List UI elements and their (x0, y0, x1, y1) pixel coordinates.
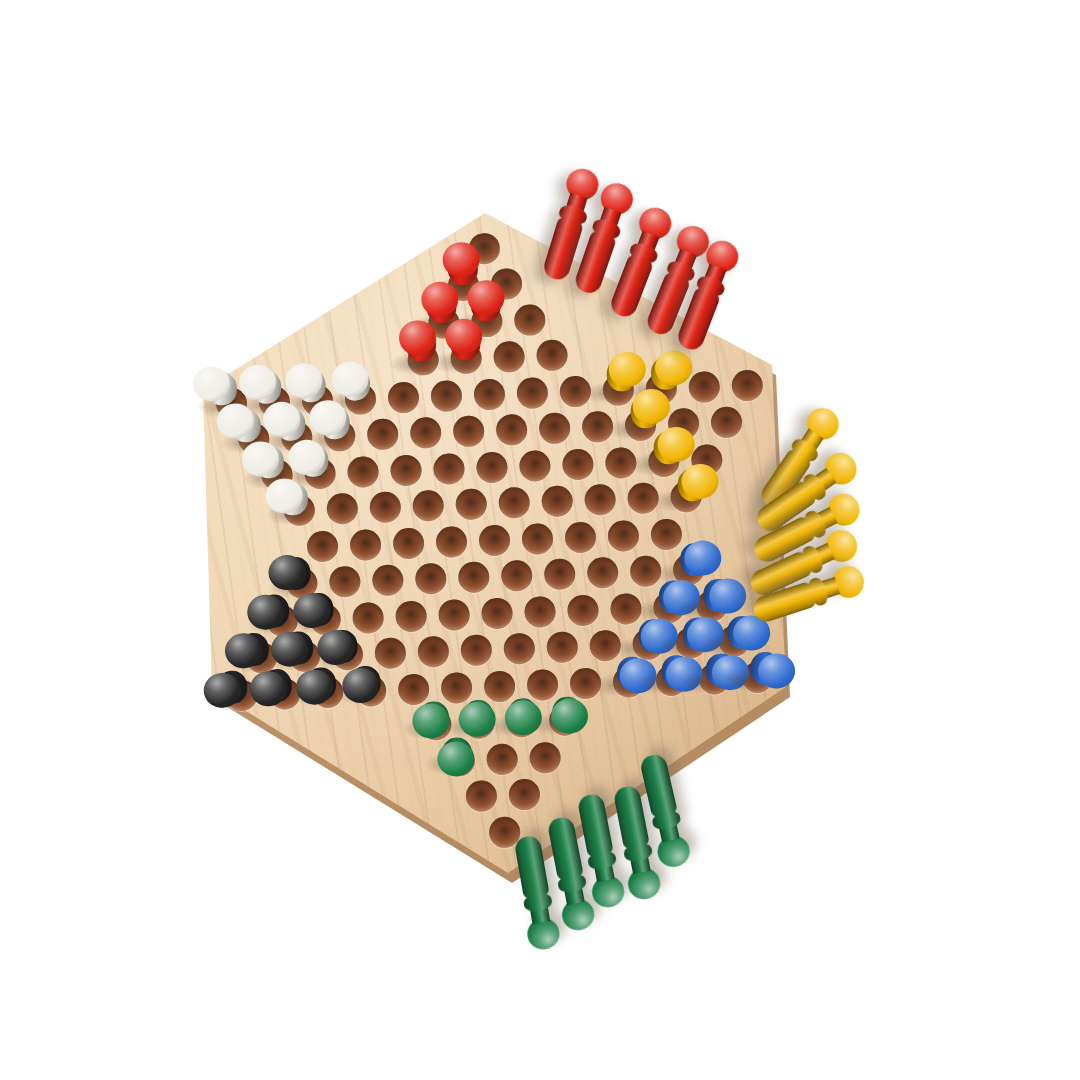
hole-r9-c2[interactable] (349, 528, 381, 560)
hole-r13-c6[interactable] (440, 671, 472, 703)
hole-r9-c7[interactable] (564, 521, 596, 553)
hole-r15-c3[interactable] (529, 741, 561, 773)
peg-head (550, 698, 588, 734)
hole-r16-c1[interactable] (465, 780, 497, 812)
hole-r6-c12[interactable] (711, 406, 743, 438)
hole-r5-c13[interactable] (731, 369, 763, 401)
hole-r7-c6[interactable] (475, 451, 507, 483)
hole-r10-c7[interactable] (544, 558, 576, 590)
hole-r8-c2[interactable] (326, 493, 358, 525)
hole-r9-c1[interactable] (306, 530, 338, 562)
hole-r5-c12[interactable] (688, 371, 720, 403)
photo-canvas (0, 0, 1080, 1080)
hole-r10-c3[interactable] (372, 564, 404, 596)
hole-r10-c2[interactable] (329, 566, 361, 598)
hole-r4-c3[interactable] (493, 341, 525, 373)
hole-r4-c4[interactable] (536, 339, 568, 371)
hole-r7-c8[interactable] (561, 448, 593, 480)
peg-head (657, 426, 695, 462)
hole-r11-c5[interactable] (438, 598, 470, 630)
hole-r13-c5[interactable] (397, 673, 429, 705)
peg-head (757, 652, 795, 688)
peg-head (654, 349, 692, 385)
hole-r11-c3[interactable] (352, 601, 384, 633)
hole-r10-c6[interactable] (501, 560, 533, 592)
peg-head (632, 388, 670, 424)
peg-head (684, 540, 722, 576)
hole-r8-c4[interactable] (412, 490, 444, 522)
hole-r10-c8[interactable] (587, 557, 619, 589)
hole-r6-c4[interactable] (367, 418, 399, 450)
hole-r6-c6[interactable] (453, 415, 485, 447)
hole-r9-c5[interactable] (478, 524, 510, 556)
hole-r15-c2[interactable] (486, 743, 518, 775)
hole-r8-c5[interactable] (455, 488, 487, 520)
hole-r13-c7[interactable] (483, 670, 515, 702)
hole-r11-c8[interactable] (566, 594, 598, 626)
hole-r11-c6[interactable] (481, 597, 513, 629)
peg-shaft (513, 835, 549, 901)
hole-r9-c4[interactable] (435, 525, 467, 557)
hole-r8-c3[interactable] (369, 491, 401, 523)
hole-r16-c2[interactable] (508, 779, 540, 811)
hole-r9-c8[interactable] (607, 519, 639, 551)
hole-r12-c6[interactable] (460, 634, 492, 666)
hole-r6-c5[interactable] (410, 417, 442, 449)
hole-r5-c5[interactable] (387, 381, 419, 413)
hole-r11-c7[interactable] (523, 595, 555, 627)
hole-r10-c5[interactable] (458, 561, 490, 593)
hole-r10-c4[interactable] (415, 563, 447, 595)
hole-r5-c6[interactable] (430, 380, 462, 412)
hole-r5-c7[interactable] (473, 378, 505, 410)
hole-r12-c7[interactable] (503, 633, 535, 665)
hole-r5-c8[interactable] (516, 377, 548, 409)
hole-r12-c8[interactable] (546, 631, 578, 663)
peg-head (708, 577, 746, 613)
hole-r7-c7[interactable] (518, 450, 550, 482)
hole-r12-c5[interactable] (417, 636, 449, 668)
hole-r9-c9[interactable] (650, 518, 682, 550)
hole-r13-c8[interactable] (526, 668, 558, 700)
hole-r7-c3[interactable] (346, 456, 378, 488)
hole-r8-c6[interactable] (498, 487, 530, 519)
hole-r9-c3[interactable] (392, 527, 424, 559)
hole-r12-c4[interactable] (374, 637, 406, 669)
hole-r7-c4[interactable] (389, 454, 421, 486)
peg-head (681, 463, 719, 499)
hole-r8-c8[interactable] (584, 484, 616, 516)
hole-r9-c6[interactable] (521, 522, 553, 554)
hole-r8-c7[interactable] (541, 485, 573, 517)
hole-r6-c7[interactable] (496, 414, 528, 446)
hole-r11-c4[interactable] (395, 600, 427, 632)
hole-r7-c5[interactable] (432, 453, 464, 485)
hole-r3-c3[interactable] (513, 304, 545, 336)
hole-r6-c8[interactable] (539, 412, 571, 444)
